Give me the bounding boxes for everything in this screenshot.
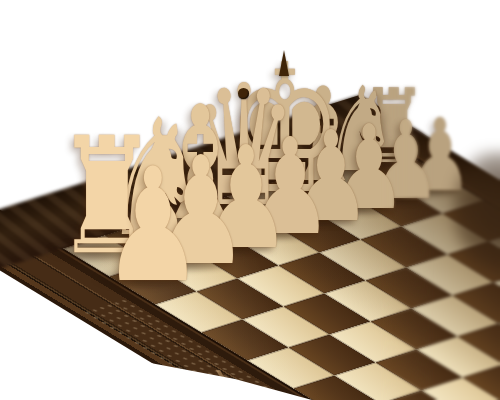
queen-dark-ball-finial <box>238 88 249 99</box>
chess-board <box>0 95 500 400</box>
out-of-focus-wood-object <box>452 150 500 268</box>
chess-set-photo: ♟♟♟♟♟♟♟♟♜♞♝♛♚♝♞♜ <box>0 0 500 400</box>
king-dark-spire-finial <box>279 50 289 76</box>
